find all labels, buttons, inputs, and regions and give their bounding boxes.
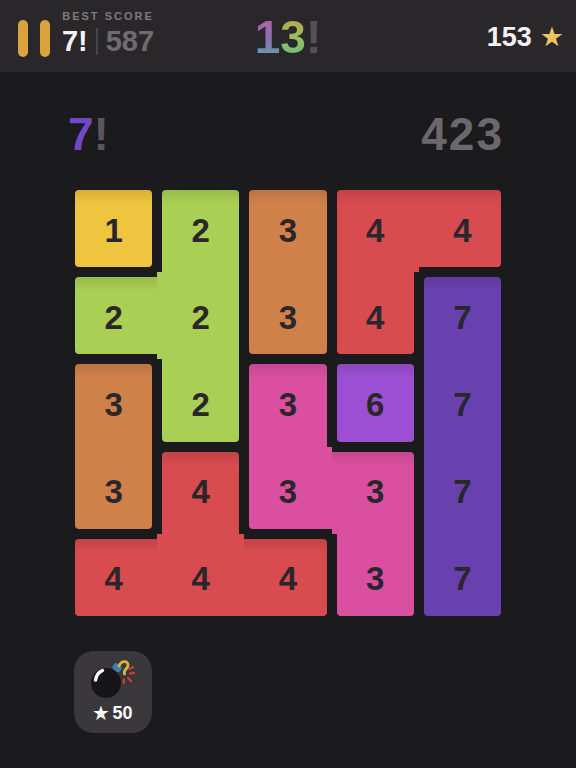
tile-number: 4 — [192, 475, 210, 508]
goal-digit: 3 — [280, 11, 306, 63]
pause-icon — [40, 20, 50, 57]
tile-r2c3-value-3[interactable]: 3 — [249, 272, 326, 354]
tile-r5c4-value-3[interactable]: 3 — [337, 534, 414, 616]
current-score: 423 — [421, 108, 504, 160]
pause-icon — [18, 20, 28, 57]
tile-r5c3-value-4[interactable]: 4 — [244, 539, 326, 616]
tile-number: 3 — [104, 475, 122, 508]
tile-number: 3 — [279, 387, 297, 420]
tile-r4c1-value-3[interactable]: 3 — [75, 447, 152, 529]
tile-r1c4-value-4[interactable]: 4 — [337, 190, 419, 272]
tile-r2c4-value-4[interactable]: 4 — [337, 272, 414, 354]
tile-r3c2-value-2[interactable]: 2 — [162, 359, 239, 441]
tile-number: 3 — [279, 213, 297, 246]
tile-number: 3 — [366, 562, 384, 595]
goal-bang: ! — [306, 11, 321, 63]
tile-number: 2 — [192, 300, 210, 333]
tile-r4c3-value-3[interactable]: 3 — [249, 447, 331, 529]
tile-number: 4 — [104, 562, 122, 595]
tile-number: 3 — [366, 475, 384, 508]
top-bar: BEST SCORE 7! 587 13! 153 ★ — [0, 0, 576, 74]
tile-r1c3-value-3[interactable]: 3 — [249, 190, 326, 272]
best-level-value: 7! — [62, 25, 88, 58]
bomb-powerup-button[interactable]: ★ 50 — [74, 651, 152, 733]
tile-number: 2 — [104, 300, 122, 333]
tile-r4c5-value-7[interactable]: 7 — [424, 447, 501, 534]
star-icon: ★ — [540, 24, 564, 51]
tile-number: 7 — [453, 387, 471, 420]
tile-r1c1-value-1[interactable]: 1 — [75, 190, 152, 267]
tile-number: 3 — [279, 475, 297, 508]
tile-r3c3-value-3[interactable]: 3 — [249, 364, 326, 446]
tile-r2c1-value-2[interactable]: 2 — [75, 277, 157, 354]
bomb-cost-value: 50 — [113, 703, 133, 724]
current-level: 7! — [68, 108, 109, 160]
tile-number: 3 — [104, 387, 122, 420]
tile-number: 3 — [279, 300, 297, 333]
tile-number: 4 — [279, 562, 297, 595]
tile-number: 7 — [453, 300, 471, 333]
tile-r4c4-value-3[interactable]: 3 — [332, 452, 414, 534]
best-score-block: BEST SCORE 7! 587 — [58, 10, 158, 58]
tile-r5c5-value-7[interactable]: 7 — [424, 534, 501, 616]
best-score-label: BEST SCORE — [62, 10, 154, 22]
tile-r4c2-value-4[interactable]: 4 — [162, 452, 239, 534]
tile-number: 2 — [192, 387, 210, 420]
tile-r2c2-value-2[interactable]: 2 — [157, 272, 239, 359]
bomb-icon — [87, 657, 139, 704]
stars-count: 153 — [487, 22, 532, 53]
tile-r5c1-value-4[interactable]: 4 — [75, 539, 157, 616]
tile-number: 6 — [366, 387, 384, 420]
tile-number: 7 — [453, 562, 471, 595]
tile-r1c5-value-4[interactable]: 4 — [419, 190, 501, 267]
stars-block: 153 ★ — [487, 0, 564, 74]
goal-digit: 1 — [255, 11, 281, 63]
tile-r3c5-value-7[interactable]: 7 — [424, 359, 501, 446]
divider — [96, 28, 98, 55]
current-level-bang: ! — [94, 108, 109, 160]
tile-number: 4 — [453, 213, 471, 246]
tile-r1c2-value-2[interactable]: 2 — [162, 190, 239, 272]
board: 1234422347323673433744437 — [70, 185, 506, 621]
current-level-number: 7 — [68, 108, 94, 160]
tile-r2c5-value-7[interactable]: 7 — [424, 277, 501, 359]
tile-number: 4 — [366, 300, 384, 333]
tile-r3c1-value-3[interactable]: 3 — [75, 364, 152, 446]
tile-number: 1 — [104, 213, 122, 246]
best-score-value: 587 — [106, 25, 154, 58]
tile-number: 4 — [366, 213, 384, 246]
tile-number: 7 — [453, 475, 471, 508]
tile-r5c2-value-4[interactable]: 4 — [157, 534, 244, 616]
tile-number: 4 — [192, 562, 210, 595]
tile-r3c4-value-6[interactable]: 6 — [337, 364, 414, 441]
pause-button[interactable] — [16, 19, 52, 57]
star-icon: ★ — [93, 705, 108, 722]
tile-number: 2 — [192, 213, 210, 246]
